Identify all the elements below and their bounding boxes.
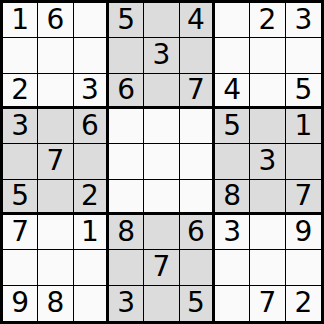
- cell-r7c6[interactable]: 6: [180, 215, 215, 250]
- cell-r1c4[interactable]: 5: [109, 3, 144, 38]
- cell-r4c9[interactable]: 1: [286, 109, 321, 144]
- cell-r8c2[interactable]: [38, 250, 73, 285]
- cell-r6c3[interactable]: 2: [74, 180, 109, 215]
- cell-r1c8[interactable]: 2: [250, 3, 285, 38]
- cell-r7c7[interactable]: 3: [215, 215, 250, 250]
- cell-r5c8[interactable]: 3: [250, 144, 285, 179]
- cell-r4c1[interactable]: 3: [3, 109, 38, 144]
- cell-r5c7[interactable]: [215, 144, 250, 179]
- cell-r6c5[interactable]: [144, 180, 179, 215]
- cell-r9c4[interactable]: 3: [109, 286, 144, 321]
- cell-r7c9[interactable]: 9: [286, 215, 321, 250]
- cell-r7c5[interactable]: [144, 215, 179, 250]
- sudoku-board: 165423323674536517352877186397983572: [0, 0, 324, 324]
- cell-r7c8[interactable]: [250, 215, 285, 250]
- cell-r6c8[interactable]: [250, 180, 285, 215]
- cell-r6c1[interactable]: 5: [3, 180, 38, 215]
- cell-r1c1[interactable]: 1: [3, 3, 38, 38]
- cell-r9c3[interactable]: [74, 286, 109, 321]
- cell-r1c2[interactable]: 6: [38, 3, 73, 38]
- cell-r2c9[interactable]: [286, 38, 321, 73]
- cell-r8c8[interactable]: [250, 250, 285, 285]
- cell-r5c1[interactable]: [3, 144, 38, 179]
- cell-r9c7[interactable]: [215, 286, 250, 321]
- cell-r8c7[interactable]: [215, 250, 250, 285]
- cell-r2c4[interactable]: [109, 38, 144, 73]
- cell-r4c5[interactable]: [144, 109, 179, 144]
- cell-r9c1[interactable]: 9: [3, 286, 38, 321]
- cell-r8c4[interactable]: [109, 250, 144, 285]
- cell-r6c7[interactable]: 8: [215, 180, 250, 215]
- cell-r2c7[interactable]: [215, 38, 250, 73]
- cell-r6c4[interactable]: [109, 180, 144, 215]
- cell-r7c1[interactable]: 7: [3, 215, 38, 250]
- cell-r4c4[interactable]: [109, 109, 144, 144]
- cell-r8c9[interactable]: [286, 250, 321, 285]
- cell-r2c8[interactable]: [250, 38, 285, 73]
- cell-r7c2[interactable]: [38, 215, 73, 250]
- cell-r1c5[interactable]: [144, 3, 179, 38]
- cell-r9c9[interactable]: 2: [286, 286, 321, 321]
- cell-r2c6[interactable]: [180, 38, 215, 73]
- cell-r7c4[interactable]: 8: [109, 215, 144, 250]
- cell-r8c6[interactable]: [180, 250, 215, 285]
- cell-r3c3[interactable]: 3: [74, 74, 109, 109]
- cell-r7c3[interactable]: 1: [74, 215, 109, 250]
- cell-r2c3[interactable]: [74, 38, 109, 73]
- cell-r9c6[interactable]: 5: [180, 286, 215, 321]
- cell-r5c3[interactable]: [74, 144, 109, 179]
- cell-r5c4[interactable]: [109, 144, 144, 179]
- cell-r8c1[interactable]: [3, 250, 38, 285]
- cell-r2c1[interactable]: [3, 38, 38, 73]
- cell-r3c7[interactable]: 4: [215, 74, 250, 109]
- cell-r1c7[interactable]: [215, 3, 250, 38]
- cell-r4c7[interactable]: 5: [215, 109, 250, 144]
- cell-r4c2[interactable]: [38, 109, 73, 144]
- cell-r9c5[interactable]: [144, 286, 179, 321]
- cell-r3c6[interactable]: 7: [180, 74, 215, 109]
- cell-r9c2[interactable]: 8: [38, 286, 73, 321]
- cell-r4c8[interactable]: [250, 109, 285, 144]
- cell-r3c9[interactable]: 5: [286, 74, 321, 109]
- cell-r4c3[interactable]: 6: [74, 109, 109, 144]
- cell-r5c6[interactable]: [180, 144, 215, 179]
- cell-r8c3[interactable]: [74, 250, 109, 285]
- cell-r3c8[interactable]: [250, 74, 285, 109]
- cell-r1c6[interactable]: 4: [180, 3, 215, 38]
- cell-r6c6[interactable]: [180, 180, 215, 215]
- cell-r8c5[interactable]: 7: [144, 250, 179, 285]
- cell-r4c6[interactable]: [180, 109, 215, 144]
- cell-r5c5[interactable]: [144, 144, 179, 179]
- cell-r6c2[interactable]: [38, 180, 73, 215]
- cell-r1c9[interactable]: 3: [286, 3, 321, 38]
- cell-r1c3[interactable]: [74, 3, 109, 38]
- cell-r3c2[interactable]: [38, 74, 73, 109]
- cell-r5c9[interactable]: [286, 144, 321, 179]
- cell-r5c2[interactable]: 7: [38, 144, 73, 179]
- cell-r2c2[interactable]: [38, 38, 73, 73]
- cell-r3c5[interactable]: [144, 74, 179, 109]
- cell-r2c5[interactable]: 3: [144, 38, 179, 73]
- cell-r9c8[interactable]: 7: [250, 286, 285, 321]
- cell-r3c1[interactable]: 2: [3, 74, 38, 109]
- cell-r3c4[interactable]: 6: [109, 74, 144, 109]
- cell-r6c9[interactable]: 7: [286, 180, 321, 215]
